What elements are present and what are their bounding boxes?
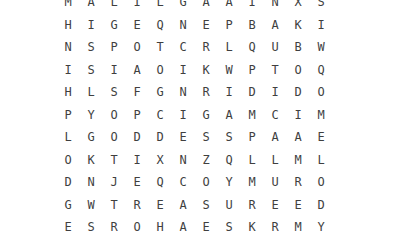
grid-cell[interactable]: I [287,103,310,126]
grid-cell[interactable]: R [241,193,264,216]
grid-cell[interactable]: N [172,81,195,104]
grid-cell[interactable]: E [57,216,80,239]
grid-cell[interactable]: T [149,36,172,59]
grid-cell[interactable]: O [103,126,126,149]
grid-cell[interactable]: M [241,103,264,126]
grid-cell[interactable]: R [195,36,218,59]
grid-cell[interactable]: Q [241,36,264,59]
grid-cell[interactable]: Q [310,58,333,81]
word-search-page: { "game": "word-search", "position": "MA… [0,0,400,250]
grid-cell[interactable]: Z [195,148,218,171]
grid-cell[interactable]: C [264,103,287,126]
grid-cell[interactable]: B [287,36,310,59]
grid-cell[interactable]: A [172,216,195,239]
grid-cell[interactable]: A [126,58,149,81]
grid-cell[interactable]: K [241,216,264,239]
grid-cell[interactable]: L [310,148,333,171]
grid-cell[interactable]: G [103,13,126,36]
grid-cell[interactable]: R [103,216,126,239]
grid-cell[interactable]: A [264,126,287,149]
grid-cell[interactable]: A [218,0,241,13]
grid-cell[interactable]: O [310,171,333,194]
grid-cell[interactable]: O [195,171,218,194]
grid-cell[interactable]: C [172,171,195,194]
grid-cell[interactable]: P [103,36,126,59]
grid-cell[interactable]: U [264,36,287,59]
grid-cell[interactable]: S [80,216,103,239]
grid-cell[interactable]: L [149,0,172,13]
grid-cell[interactable]: N [80,171,103,194]
grid-cell[interactable]: D [57,171,80,194]
grid-cell[interactable]: H [57,13,80,36]
grid-cell[interactable]: S [103,81,126,104]
grid-cell[interactable]: Q [218,148,241,171]
grid-cell[interactable]: I [126,0,149,13]
grid-cell[interactable]: G [149,81,172,104]
grid-cell[interactable]: A [80,0,103,13]
grid-cell[interactable]: L [80,81,103,104]
grid-cell[interactable]: S [195,193,218,216]
grid-cell[interactable]: F [126,81,149,104]
grid-cell[interactable]: I [126,148,149,171]
grid-cell[interactable]: D [287,81,310,104]
grid-cell[interactable]: G [80,126,103,149]
grid-cell[interactable]: O [287,58,310,81]
grid-cell[interactable]: Y [80,103,103,126]
grid-cell[interactable]: O [149,58,172,81]
grid-cell[interactable]: W [218,58,241,81]
grid-cell[interactable]: T [264,58,287,81]
grid-cell[interactable]: S [218,126,241,149]
grid-cell[interactable]: S [218,216,241,239]
grid-cell[interactable]: O [126,216,149,239]
grid-cell[interactable]: W [310,36,333,59]
grid-cell[interactable]: M [57,0,80,13]
grid-cell[interactable]: E [126,13,149,36]
grid-cell[interactable]: U [264,171,287,194]
grid-cell[interactable]: A [264,13,287,36]
grid-cell[interactable]: K [195,58,218,81]
grid-cell[interactable]: O [57,148,80,171]
grid-cell[interactable]: L [218,36,241,59]
grid-cell[interactable]: N [264,0,287,13]
word-search-grid: MALILGAAINXSHIGEQNEPBAKINSPOTCRLQUBWISIA… [57,0,333,238]
grid-cell[interactable]: M [287,216,310,239]
grid-cell[interactable]: I [218,81,241,104]
grid-cell[interactable]: Y [218,171,241,194]
grid-cell[interactable]: X [149,148,172,171]
grid-cell[interactable]: A [172,193,195,216]
grid-cell[interactable]: Q [149,171,172,194]
grid-cell[interactable]: R [264,216,287,239]
grid-cell[interactable]: M [287,148,310,171]
grid-cell[interactable]: E [195,216,218,239]
grid-cell[interactable]: P [241,126,264,149]
grid-cell[interactable]: L [57,126,80,149]
grid-cell[interactable]: S [80,58,103,81]
grid-cell[interactable]: E [149,193,172,216]
grid-cell[interactable]: H [57,81,80,104]
grid-cell[interactable]: U [218,193,241,216]
grid-cell[interactable]: P [126,103,149,126]
grid-cell[interactable]: D [310,193,333,216]
grid-cell[interactable]: L [264,148,287,171]
grid-cell[interactable]: N [172,13,195,36]
grid-cell[interactable]: G [172,0,195,13]
grid-cell[interactable]: M [241,171,264,194]
grid-cell[interactable]: E [172,126,195,149]
grid-cell[interactable]: Y [310,216,333,239]
grid-cell[interactable]: T [103,193,126,216]
grid-cell[interactable]: K [287,13,310,36]
grid-cell[interactable]: C [172,36,195,59]
grid-cell[interactable]: I [172,58,195,81]
grid-cell[interactable]: G [195,103,218,126]
grid-cell[interactable]: I [103,58,126,81]
grid-cell[interactable]: A [195,0,218,13]
grid-cell[interactable]: R [195,81,218,104]
grid-cell[interactable]: E [264,193,287,216]
grid-cell[interactable]: E [287,193,310,216]
grid-cell[interactable]: I [57,58,80,81]
grid-cell[interactable]: D [241,81,264,104]
grid-cell[interactable]: I [310,13,333,36]
grid-cell[interactable]: L [103,0,126,13]
grid-cell[interactable]: E [310,126,333,149]
grid-cell[interactable]: S [310,0,333,13]
grid-cell[interactable]: P [218,13,241,36]
grid-cell[interactable]: I [241,0,264,13]
grid-cell[interactable]: P [241,58,264,81]
grid-cell[interactable]: B [241,13,264,36]
grid-cell[interactable]: I [264,81,287,104]
grid-cell[interactable]: X [287,0,310,13]
grid-cell[interactable]: K [80,148,103,171]
grid-cell[interactable]: N [57,36,80,59]
grid-cell[interactable]: H [149,216,172,239]
grid-cell[interactable]: N [172,148,195,171]
grid-cell[interactable]: D [126,126,149,149]
grid-cell[interactable]: O [126,36,149,59]
grid-cell[interactable]: O [103,103,126,126]
grid-cell[interactable]: E [126,171,149,194]
grid-cell[interactable]: A [218,103,241,126]
grid-cell[interactable]: A [287,126,310,149]
grid-cell[interactable]: P [57,103,80,126]
grid-cell[interactable]: J [103,171,126,194]
grid-cell[interactable]: Q [149,13,172,36]
grid-cell[interactable]: M [310,103,333,126]
grid-cell[interactable]: E [195,13,218,36]
grid-cell[interactable]: O [310,81,333,104]
grid-cell[interactable]: T [103,148,126,171]
grid-cell[interactable]: C [149,103,172,126]
grid-cell[interactable]: I [80,13,103,36]
grid-cell[interactable]: G [57,193,80,216]
grid-cell[interactable]: S [195,126,218,149]
grid-cell[interactable]: D [149,126,172,149]
grid-cell[interactable]: L [241,148,264,171]
grid-cell[interactable]: R [287,171,310,194]
grid-cell[interactable]: W [80,193,103,216]
grid-cell[interactable]: S [80,36,103,59]
grid-cell[interactable]: I [172,103,195,126]
grid-cell[interactable]: R [126,193,149,216]
